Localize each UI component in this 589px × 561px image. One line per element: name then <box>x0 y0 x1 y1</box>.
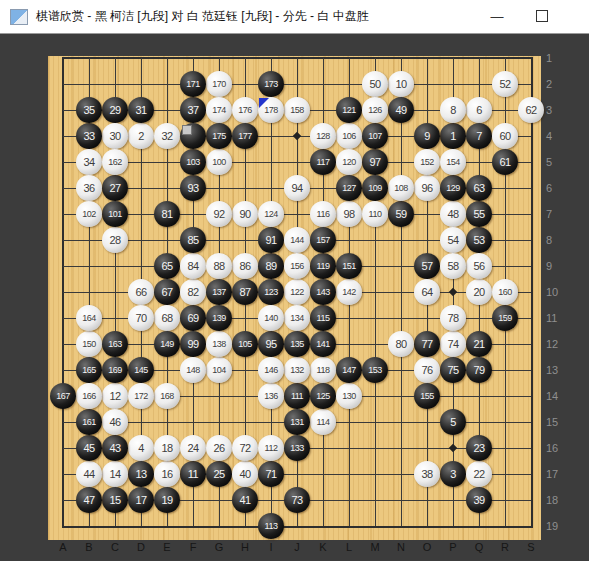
move-number: 21 <box>473 339 484 350</box>
move-number: 146 <box>264 366 278 375</box>
go-stone-K7: 116 <box>310 201 336 227</box>
go-stone-D11: 70 <box>128 305 154 331</box>
go-stone-F11: 69 <box>180 305 206 331</box>
go-stone-S3: 62 <box>518 97 544 123</box>
go-stone-B18: 47 <box>76 487 102 513</box>
col-label-E: E <box>158 541 176 553</box>
move-number: 79 <box>473 365 484 376</box>
move-number: 2 <box>138 131 144 142</box>
go-stone-F12: 99 <box>180 331 206 357</box>
move-number: 159 <box>498 314 512 323</box>
go-stone-C16: 43 <box>102 435 128 461</box>
go-stone-O6: 96 <box>414 175 440 201</box>
go-stone-Q16: 23 <box>466 435 492 461</box>
move-number: 82 <box>187 287 198 298</box>
row-label-13: 13 <box>546 364 566 376</box>
go-stone-C15: 46 <box>102 409 128 435</box>
go-stone-F13: 148 <box>180 357 206 383</box>
go-stone-Q18: 39 <box>466 487 492 513</box>
square-marker-icon <box>182 125 192 135</box>
go-stone-P17: 3 <box>440 461 466 487</box>
go-stone-I14: 136 <box>258 383 284 409</box>
col-label-P: P <box>444 541 462 553</box>
go-stone-D18: 17 <box>128 487 154 513</box>
move-number: 65 <box>161 261 172 272</box>
move-number: 161 <box>82 418 96 427</box>
move-number: 151 <box>342 262 356 271</box>
move-number: 108 <box>394 184 408 193</box>
move-number: 141 <box>316 340 330 349</box>
move-number: 135 <box>290 340 304 349</box>
app-icon <box>10 9 28 25</box>
move-number: 32 <box>161 131 172 142</box>
go-stone-I17: 71 <box>258 461 284 487</box>
move-number: 41 <box>239 495 250 506</box>
move-number: 124 <box>264 210 278 219</box>
move-number: 22 <box>473 469 484 480</box>
row-label-8: 8 <box>546 234 566 246</box>
go-stone-O12: 77 <box>414 331 440 357</box>
move-number: 177 <box>238 132 252 141</box>
move-number: 8 <box>450 105 456 116</box>
col-label-Q: Q <box>470 541 488 553</box>
go-stone-M6: 109 <box>362 175 388 201</box>
go-stone-C12: 163 <box>102 331 128 357</box>
go-stone-B12: 150 <box>76 331 102 357</box>
move-number: 68 <box>161 313 172 324</box>
go-stone-K4: 128 <box>310 123 336 149</box>
go-stone-E9: 65 <box>154 253 180 279</box>
move-number: 48 <box>447 209 458 220</box>
go-stone-Q13: 79 <box>466 357 492 383</box>
go-stone-O17: 38 <box>414 461 440 487</box>
move-number: 1 <box>450 131 456 142</box>
go-stone-H12: 105 <box>232 331 258 357</box>
move-number: 77 <box>421 339 432 350</box>
go-stone-J8: 144 <box>284 227 310 253</box>
go-stone-I2: 173 <box>258 71 284 97</box>
go-stone-O13: 76 <box>414 357 440 383</box>
move-number: 140 <box>264 314 278 323</box>
move-number: 81 <box>161 209 172 220</box>
go-stone-C8: 28 <box>102 227 128 253</box>
move-number: 11 <box>188 469 198 480</box>
go-stone-J3: 158 <box>284 97 310 123</box>
go-stone-C17: 14 <box>102 461 128 487</box>
move-number: 143 <box>316 288 330 297</box>
move-number: 130 <box>342 392 356 401</box>
row-label-6: 6 <box>546 182 566 194</box>
move-number: 60 <box>499 131 510 142</box>
go-stone-Q17: 22 <box>466 461 492 487</box>
move-number: 131 <box>290 418 304 427</box>
go-stone-Q3: 6 <box>466 97 492 123</box>
move-number: 57 <box>421 261 432 272</box>
go-stone-D13: 145 <box>128 357 154 383</box>
go-stone-E12: 149 <box>154 331 180 357</box>
col-label-I: I <box>262 541 280 553</box>
move-number: 101 <box>108 210 122 219</box>
move-number: 38 <box>421 469 432 480</box>
go-stone-L7: 98 <box>336 201 362 227</box>
go-stone-K9: 119 <box>310 253 336 279</box>
go-stone-R2: 52 <box>492 71 518 97</box>
row-label-9: 9 <box>546 260 566 272</box>
move-number: 113 <box>265 522 278 531</box>
move-number: 78 <box>447 313 458 324</box>
go-stone-C7: 101 <box>102 201 128 227</box>
go-stone-C4: 30 <box>102 123 128 149</box>
go-stone-I7: 124 <box>258 201 284 227</box>
move-number: 167 <box>56 392 70 401</box>
go-stone-F17: 11 <box>180 461 206 487</box>
last-move-triangle-icon <box>259 98 269 108</box>
go-stone-K13: 118 <box>310 357 336 383</box>
move-number: 158 <box>290 106 304 115</box>
move-number: 28 <box>109 235 120 246</box>
go-stone-G13: 104 <box>206 357 232 383</box>
col-label-H: H <box>236 541 254 553</box>
go-stone-C5: 162 <box>102 149 128 175</box>
go-stone-B13: 165 <box>76 357 102 383</box>
move-number: 132 <box>290 366 304 375</box>
go-stone-R4: 60 <box>492 123 518 149</box>
go-stone-P4: 1 <box>440 123 466 149</box>
go-stone-B16: 45 <box>76 435 102 461</box>
go-stone-A14: 167 <box>50 383 76 409</box>
move-number: 148 <box>186 366 200 375</box>
move-number: 110 <box>369 210 382 219</box>
move-number: 33 <box>83 131 94 142</box>
row-label-19: 19 <box>546 520 566 532</box>
row-label-7: 7 <box>546 208 566 220</box>
go-stone-P9: 58 <box>440 253 466 279</box>
move-number: 17 <box>135 495 146 506</box>
move-number: 134 <box>290 314 304 323</box>
go-stone-K10: 143 <box>310 279 336 305</box>
move-number: 97 <box>369 157 380 168</box>
go-stone-N3: 49 <box>388 97 414 123</box>
move-number: 153 <box>368 366 382 375</box>
move-number: 64 <box>421 287 432 298</box>
go-stone-K12: 141 <box>310 331 336 357</box>
go-stone-F16: 24 <box>180 435 206 461</box>
col-label-F: F <box>184 541 202 553</box>
col-label-D: D <box>132 541 150 553</box>
go-stone-B11: 164 <box>76 305 102 331</box>
move-number: 75 <box>447 365 458 376</box>
move-number: 142 <box>342 288 356 297</box>
go-stone-J11: 134 <box>284 305 310 331</box>
move-number: 107 <box>368 132 382 141</box>
go-stone-J13: 132 <box>284 357 310 383</box>
move-number: 25 <box>213 469 224 480</box>
move-number: 7 <box>476 131 482 142</box>
minimize-button[interactable]: — <box>477 0 517 32</box>
move-number: 85 <box>187 235 198 246</box>
go-stone-M7: 110 <box>362 201 388 227</box>
move-number: 3 <box>450 469 456 480</box>
maximize-button[interactable] <box>522 0 562 32</box>
move-number: 173 <box>264 80 278 89</box>
go-stone-R10: 160 <box>492 279 518 305</box>
go-stone-H9: 86 <box>232 253 258 279</box>
go-stone-O4: 9 <box>414 123 440 149</box>
move-number: 86 <box>239 261 250 272</box>
move-number: 13 <box>135 469 146 480</box>
go-stone-E18: 19 <box>154 487 180 513</box>
go-stone-F5: 103 <box>180 149 206 175</box>
move-number: 93 <box>187 183 198 194</box>
go-stone-Q4: 7 <box>466 123 492 149</box>
move-number: 154 <box>446 158 460 167</box>
move-number: 73 <box>291 495 302 506</box>
move-number: 169 <box>108 366 122 375</box>
go-stone-P13: 75 <box>440 357 466 383</box>
go-stone-J10: 122 <box>284 279 310 305</box>
go-stone-P5: 154 <box>440 149 466 175</box>
app-window: 棋谱欣赏 - 黑 柯洁 [九段] 对 白 范廷钰 [九段] - 分先 - 白 中… <box>0 0 589 561</box>
move-number: 29 <box>109 105 120 116</box>
go-stone-B14: 166 <box>76 383 102 409</box>
go-stone-B15: 161 <box>76 409 102 435</box>
move-number: 45 <box>83 443 94 454</box>
go-stone-R11: 159 <box>492 305 518 331</box>
move-number: 150 <box>82 340 96 349</box>
move-number: 62 <box>525 105 536 116</box>
move-number: 138 <box>212 340 226 349</box>
go-stone-L13: 147 <box>336 357 362 383</box>
move-number: 6 <box>476 105 482 116</box>
go-stone-C14: 12 <box>102 383 128 409</box>
go-stone-L10: 142 <box>336 279 362 305</box>
go-stone-G17: 25 <box>206 461 232 487</box>
move-number: 36 <box>83 183 94 194</box>
move-number: 99 <box>187 339 198 350</box>
go-stone-L5: 120 <box>336 149 362 175</box>
move-number: 15 <box>109 495 120 506</box>
go-stone-J14: 111 <box>284 383 310 409</box>
go-stone-C3: 29 <box>102 97 128 123</box>
move-number: 136 <box>264 392 278 401</box>
move-number: 123 <box>264 288 278 297</box>
move-number: 24 <box>187 443 198 454</box>
grid-line <box>401 58 402 526</box>
go-stone-I13: 146 <box>258 357 284 383</box>
move-number: 149 <box>160 340 174 349</box>
move-number: 34 <box>83 157 94 168</box>
go-stone-O14: 155 <box>414 383 440 409</box>
go-stone-N2: 10 <box>388 71 414 97</box>
move-number: 56 <box>473 261 484 272</box>
go-stone-J18: 73 <box>284 487 310 513</box>
go-stone-K15: 114 <box>310 409 336 435</box>
go-stone-B17: 44 <box>76 461 102 487</box>
move-number: 94 <box>291 183 302 194</box>
move-number: 157 <box>316 236 330 245</box>
col-label-J: J <box>288 541 306 553</box>
go-stone-F8: 85 <box>180 227 206 253</box>
move-number: 16 <box>161 469 172 480</box>
move-number: 92 <box>213 209 224 220</box>
go-stone-K8: 157 <box>310 227 336 253</box>
go-stone-F2: 171 <box>180 71 206 97</box>
move-number: 76 <box>421 365 432 376</box>
move-number: 9 <box>424 131 430 142</box>
row-label-5: 5 <box>546 156 566 168</box>
move-number: 168 <box>160 392 174 401</box>
move-number: 103 <box>186 158 200 167</box>
move-number: 109 <box>368 184 382 193</box>
go-stone-P8: 54 <box>440 227 466 253</box>
go-stone-O10: 64 <box>414 279 440 305</box>
window-title: 棋谱欣赏 - 黑 柯洁 [九段] 对 白 范廷钰 [九段] - 分先 - 白 中… <box>36 8 369 25</box>
move-number: 98 <box>343 209 354 220</box>
go-stone-E10: 67 <box>154 279 180 305</box>
move-number: 119 <box>317 262 330 271</box>
move-number: 90 <box>239 209 250 220</box>
row-label-15: 15 <box>546 416 566 428</box>
row-label-11: 11 <box>546 312 566 324</box>
move-number: 30 <box>109 131 120 142</box>
move-number: 172 <box>134 392 148 401</box>
go-stone-B5: 34 <box>76 149 102 175</box>
move-number: 12 <box>109 391 120 402</box>
row-label-17: 17 <box>546 468 566 480</box>
row-label-1: 1 <box>546 52 566 64</box>
go-stone-M5: 97 <box>362 149 388 175</box>
row-label-2: 2 <box>546 78 566 90</box>
move-number: 176 <box>238 106 252 115</box>
go-stone-Q9: 56 <box>466 253 492 279</box>
go-stone-E11: 68 <box>154 305 180 331</box>
row-label-12: 12 <box>546 338 566 350</box>
move-number: 174 <box>212 106 226 115</box>
go-stone-D10: 66 <box>128 279 154 305</box>
col-label-A: A <box>54 541 72 553</box>
go-stone-O9: 57 <box>414 253 440 279</box>
go-stone-I9: 89 <box>258 253 284 279</box>
go-stone-F6: 93 <box>180 175 206 201</box>
move-number: 125 <box>316 392 330 401</box>
move-number: 145 <box>134 366 148 375</box>
move-number: 160 <box>498 288 512 297</box>
move-number: 52 <box>499 79 510 90</box>
move-number: 23 <box>473 443 484 454</box>
go-stone-D14: 172 <box>128 383 154 409</box>
go-stone-E14: 168 <box>154 383 180 409</box>
go-stone-H17: 40 <box>232 461 258 487</box>
move-number: 137 <box>212 288 226 297</box>
go-stone-K11: 115 <box>310 305 336 331</box>
move-number: 91 <box>265 235 276 246</box>
move-number: 114 <box>317 418 330 427</box>
move-number: 59 <box>395 209 406 220</box>
move-number: 105 <box>238 340 252 349</box>
go-stone-F4 <box>180 123 206 149</box>
go-stone-J12: 135 <box>284 331 310 357</box>
go-stone-K14: 125 <box>310 383 336 409</box>
go-stone-H16: 72 <box>232 435 258 461</box>
go-stone-J6: 94 <box>284 175 310 201</box>
go-stone-E4: 32 <box>154 123 180 149</box>
go-stone-K5: 117 <box>310 149 336 175</box>
move-number: 122 <box>290 288 304 297</box>
go-stone-J15: 131 <box>284 409 310 435</box>
move-number: 88 <box>213 261 224 272</box>
move-number: 115 <box>317 314 330 323</box>
go-stone-L9: 151 <box>336 253 362 279</box>
col-label-R: R <box>496 541 514 553</box>
go-stone-Q8: 53 <box>466 227 492 253</box>
move-number: 121 <box>342 106 356 115</box>
move-number: 69 <box>187 313 198 324</box>
go-stone-M4: 107 <box>362 123 388 149</box>
go-stone-D17: 13 <box>128 461 154 487</box>
col-label-S: S <box>522 541 540 553</box>
move-number: 106 <box>342 132 356 141</box>
go-stone-F10: 82 <box>180 279 206 305</box>
move-number: 20 <box>473 287 484 298</box>
move-number: 100 <box>212 158 226 167</box>
col-label-M: M <box>366 541 384 553</box>
row-label-10: 10 <box>546 286 566 298</box>
go-stone-O5: 152 <box>414 149 440 175</box>
row-label-4: 4 <box>546 130 566 142</box>
move-number: 58 <box>447 261 458 272</box>
maximize-icon <box>536 10 548 22</box>
go-stone-H10: 87 <box>232 279 258 305</box>
go-stone-G11: 139 <box>206 305 232 331</box>
go-stone-E16: 18 <box>154 435 180 461</box>
move-number: 70 <box>135 313 146 324</box>
go-stone-C13: 169 <box>102 357 128 383</box>
go-stone-I12: 95 <box>258 331 284 357</box>
go-stone-Q10: 20 <box>466 279 492 305</box>
move-number: 87 <box>239 287 250 298</box>
go-stone-M13: 153 <box>362 357 388 383</box>
go-stone-C6: 27 <box>102 175 128 201</box>
move-number: 50 <box>369 79 380 90</box>
go-stone-Q6: 63 <box>466 175 492 201</box>
go-stone-B7: 102 <box>76 201 102 227</box>
go-stone-F9: 84 <box>180 253 206 279</box>
go-stone-D16: 4 <box>128 435 154 461</box>
move-number: 49 <box>395 105 406 116</box>
go-stone-C18: 15 <box>102 487 128 513</box>
row-label-16: 16 <box>546 442 566 454</box>
move-number: 127 <box>342 184 356 193</box>
go-stone-H18: 41 <box>232 487 258 513</box>
go-stone-G3: 174 <box>206 97 232 123</box>
go-stone-I3: 178 <box>258 97 284 123</box>
move-number: 67 <box>161 287 172 298</box>
go-stone-M3: 126 <box>362 97 388 123</box>
move-number: 162 <box>108 158 122 167</box>
go-stone-P6: 129 <box>440 175 466 201</box>
move-number: 26 <box>213 443 224 454</box>
move-number: 144 <box>290 236 304 245</box>
title-bar: 棋谱欣赏 - 黑 柯洁 [九段] 对 白 范廷钰 [九段] - 分先 - 白 中… <box>0 0 589 34</box>
move-number: 104 <box>212 366 226 375</box>
move-number: 44 <box>83 469 94 480</box>
go-stone-G16: 26 <box>206 435 232 461</box>
go-stone-N6: 108 <box>388 175 414 201</box>
move-number: 165 <box>82 366 96 375</box>
go-stone-L3: 121 <box>336 97 362 123</box>
move-number: 71 <box>265 469 276 480</box>
move-number: 128 <box>316 132 330 141</box>
